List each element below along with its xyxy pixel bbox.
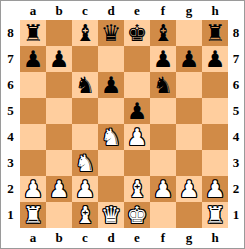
square-f5[interactable] [150,98,176,124]
square-d5[interactable] [98,98,124,124]
white-pawn: ♟ [205,176,226,202]
square-d1[interactable]: ♛ [98,202,124,228]
black-pawn: ♟ [153,46,174,72]
corner-spacer [1,228,20,248]
square-a2[interactable]: ♟ [20,176,46,202]
square-g8[interactable] [176,20,202,46]
square-a8[interactable]: ♜ [20,20,46,46]
square-f1[interactable] [150,202,176,228]
square-c3[interactable]: ♞ [72,150,98,176]
square-c6[interactable]: ♞ [72,72,98,98]
square-a1[interactable]: ♜ [20,202,46,228]
chess-board: abcdefgh8♜♝♛♚♝♜87♟♟♟♟♟76♞♟♞65♟54♞♟43♞32♟… [1,1,244,248]
rank-label-7-left: 7 [1,46,20,72]
square-b6[interactable] [46,72,72,98]
square-c2[interactable]: ♟ [72,176,98,202]
file-label-f-bottom: f [150,228,176,248]
square-b3[interactable] [46,150,72,176]
file-label-g-bottom: g [176,228,202,248]
square-c8[interactable]: ♝ [72,20,98,46]
file-label-b-bottom: b [46,228,72,248]
square-g4[interactable] [176,124,202,150]
black-pawn: ♟ [127,98,148,124]
chess-diagram: abcdefgh8♜♝♛♚♝♜87♟♟♟♟♟76♞♟♞65♟54♞♟43♞32♟… [0,0,245,249]
black-pawn: ♟ [179,46,200,72]
black-pawn: ♟ [101,72,122,98]
square-h3[interactable] [202,150,228,176]
square-b7[interactable]: ♟ [46,46,72,72]
rank-label-3-left: 3 [1,150,20,176]
square-d8[interactable]: ♛ [98,20,124,46]
black-pawn: ♟ [49,46,70,72]
white-bishop: ♝ [75,202,96,228]
square-b5[interactable] [46,98,72,124]
square-g1[interactable] [176,202,202,228]
rank-label-6-right: 6 [228,72,244,98]
file-label-e-top: e [124,1,150,20]
square-h7[interactable]: ♟ [202,46,228,72]
rank-label-4-left: 4 [1,124,20,150]
file-label-b-top: b [46,1,72,20]
file-label-h-bottom: h [202,228,228,248]
white-king: ♚ [127,202,148,228]
square-c5[interactable] [72,98,98,124]
white-rook: ♜ [23,202,44,228]
white-pawn: ♟ [179,176,200,202]
square-f7[interactable]: ♟ [150,46,176,72]
square-g2[interactable]: ♟ [176,176,202,202]
white-queen: ♛ [101,202,122,228]
square-g7[interactable]: ♟ [176,46,202,72]
black-bishop: ♝ [75,20,96,46]
square-g6[interactable] [176,72,202,98]
rank-label-6-left: 6 [1,72,20,98]
rank-label-5-right: 5 [228,98,244,124]
square-c4[interactable] [72,124,98,150]
square-h4[interactable] [202,124,228,150]
square-d3[interactable] [98,150,124,176]
square-a6[interactable] [20,72,46,98]
file-label-c-bottom: c [72,228,98,248]
black-knight: ♞ [75,72,96,98]
white-knight: ♞ [75,150,96,176]
file-label-a-top: a [20,1,46,20]
file-label-c-top: c [72,1,98,20]
rank-label-7-right: 7 [228,46,244,72]
black-king: ♚ [127,20,148,46]
square-d4[interactable]: ♞ [98,124,124,150]
square-d7[interactable] [98,46,124,72]
rank-label-8-right: 8 [228,20,244,46]
file-label-e-bottom: e [124,228,150,248]
white-rook: ♜ [205,202,226,228]
square-e4[interactable]: ♟ [124,124,150,150]
square-e7[interactable] [124,46,150,72]
white-pawn: ♟ [49,176,70,202]
square-e8[interactable]: ♚ [124,20,150,46]
file-label-h-top: h [202,1,228,20]
rank-label-4-right: 4 [228,124,244,150]
black-pawn: ♟ [205,46,226,72]
white-pawn: ♟ [127,124,148,150]
square-c1[interactable]: ♝ [72,202,98,228]
rank-label-2-right: 2 [228,176,244,202]
square-f8[interactable]: ♝ [150,20,176,46]
rank-label-1-left: 1 [1,202,20,228]
file-label-d-top: d [98,1,124,20]
square-d6[interactable]: ♟ [98,72,124,98]
white-pawn: ♟ [23,176,44,202]
rank-label-3-right: 3 [228,150,244,176]
square-h2[interactable]: ♟ [202,176,228,202]
square-g5[interactable] [176,98,202,124]
corner-spacer [1,1,20,20]
square-h8[interactable]: ♜ [202,20,228,46]
rank-label-5-left: 5 [1,98,20,124]
rank-label-1-right: 1 [228,202,244,228]
square-b8[interactable] [46,20,72,46]
square-e1[interactable]: ♚ [124,202,150,228]
white-bishop: ♝ [127,176,148,202]
black-rook: ♜ [205,20,226,46]
square-b2[interactable]: ♟ [46,176,72,202]
square-a3[interactable] [20,150,46,176]
square-f6[interactable]: ♞ [150,72,176,98]
file-label-a-bottom: a [20,228,46,248]
file-label-d-bottom: d [98,228,124,248]
square-c7[interactable] [72,46,98,72]
file-label-f-top: f [150,1,176,20]
square-f3[interactable] [150,150,176,176]
rank-label-2-left: 2 [1,176,20,202]
white-pawn: ♟ [153,176,174,202]
square-f4[interactable] [150,124,176,150]
file-label-g-top: g [176,1,202,20]
square-g3[interactable] [176,150,202,176]
square-h6[interactable] [202,72,228,98]
rank-label-8-left: 8 [1,20,20,46]
square-a7[interactable]: ♟ [20,46,46,72]
square-h1[interactable]: ♜ [202,202,228,228]
square-h5[interactable] [202,98,228,124]
black-queen: ♛ [101,20,122,46]
black-pawn: ♟ [23,46,44,72]
square-e5[interactable]: ♟ [124,98,150,124]
square-e3[interactable] [124,150,150,176]
corner-spacer [228,1,244,20]
black-rook: ♜ [23,20,44,46]
square-b4[interactable] [46,124,72,150]
square-b1[interactable] [46,202,72,228]
corner-spacer [228,228,244,248]
square-e2[interactable]: ♝ [124,176,150,202]
white-pawn: ♟ [75,176,96,202]
square-e6[interactable] [124,72,150,98]
square-a5[interactable] [20,98,46,124]
black-knight: ♞ [153,72,174,98]
square-a4[interactable] [20,124,46,150]
square-d2[interactable] [98,176,124,202]
black-bishop: ♝ [153,20,174,46]
square-f2[interactable]: ♟ [150,176,176,202]
white-knight: ♞ [101,124,122,150]
